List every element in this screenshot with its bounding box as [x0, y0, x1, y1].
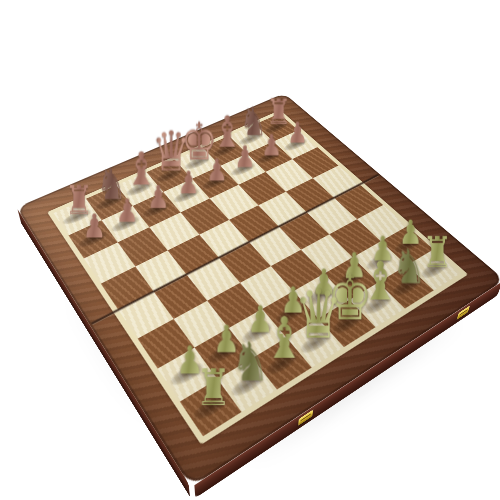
board-perspective-wrapper: ♜♞♝♛♚♝♞♜♟♟♟♟♟♟♟♟♟♟♟♟♟♟♟♟♜♞♝♛♚♝♞♜: [74, 67, 424, 417]
chess-board: ♜♞♝♛♚♝♞♜♟♟♟♟♟♟♟♟♟♟♟♟♟♟♟♟♜♞♝♛♚♝♞♜: [16, 93, 500, 487]
brass-rook-glyph: ♜: [186, 364, 241, 412]
